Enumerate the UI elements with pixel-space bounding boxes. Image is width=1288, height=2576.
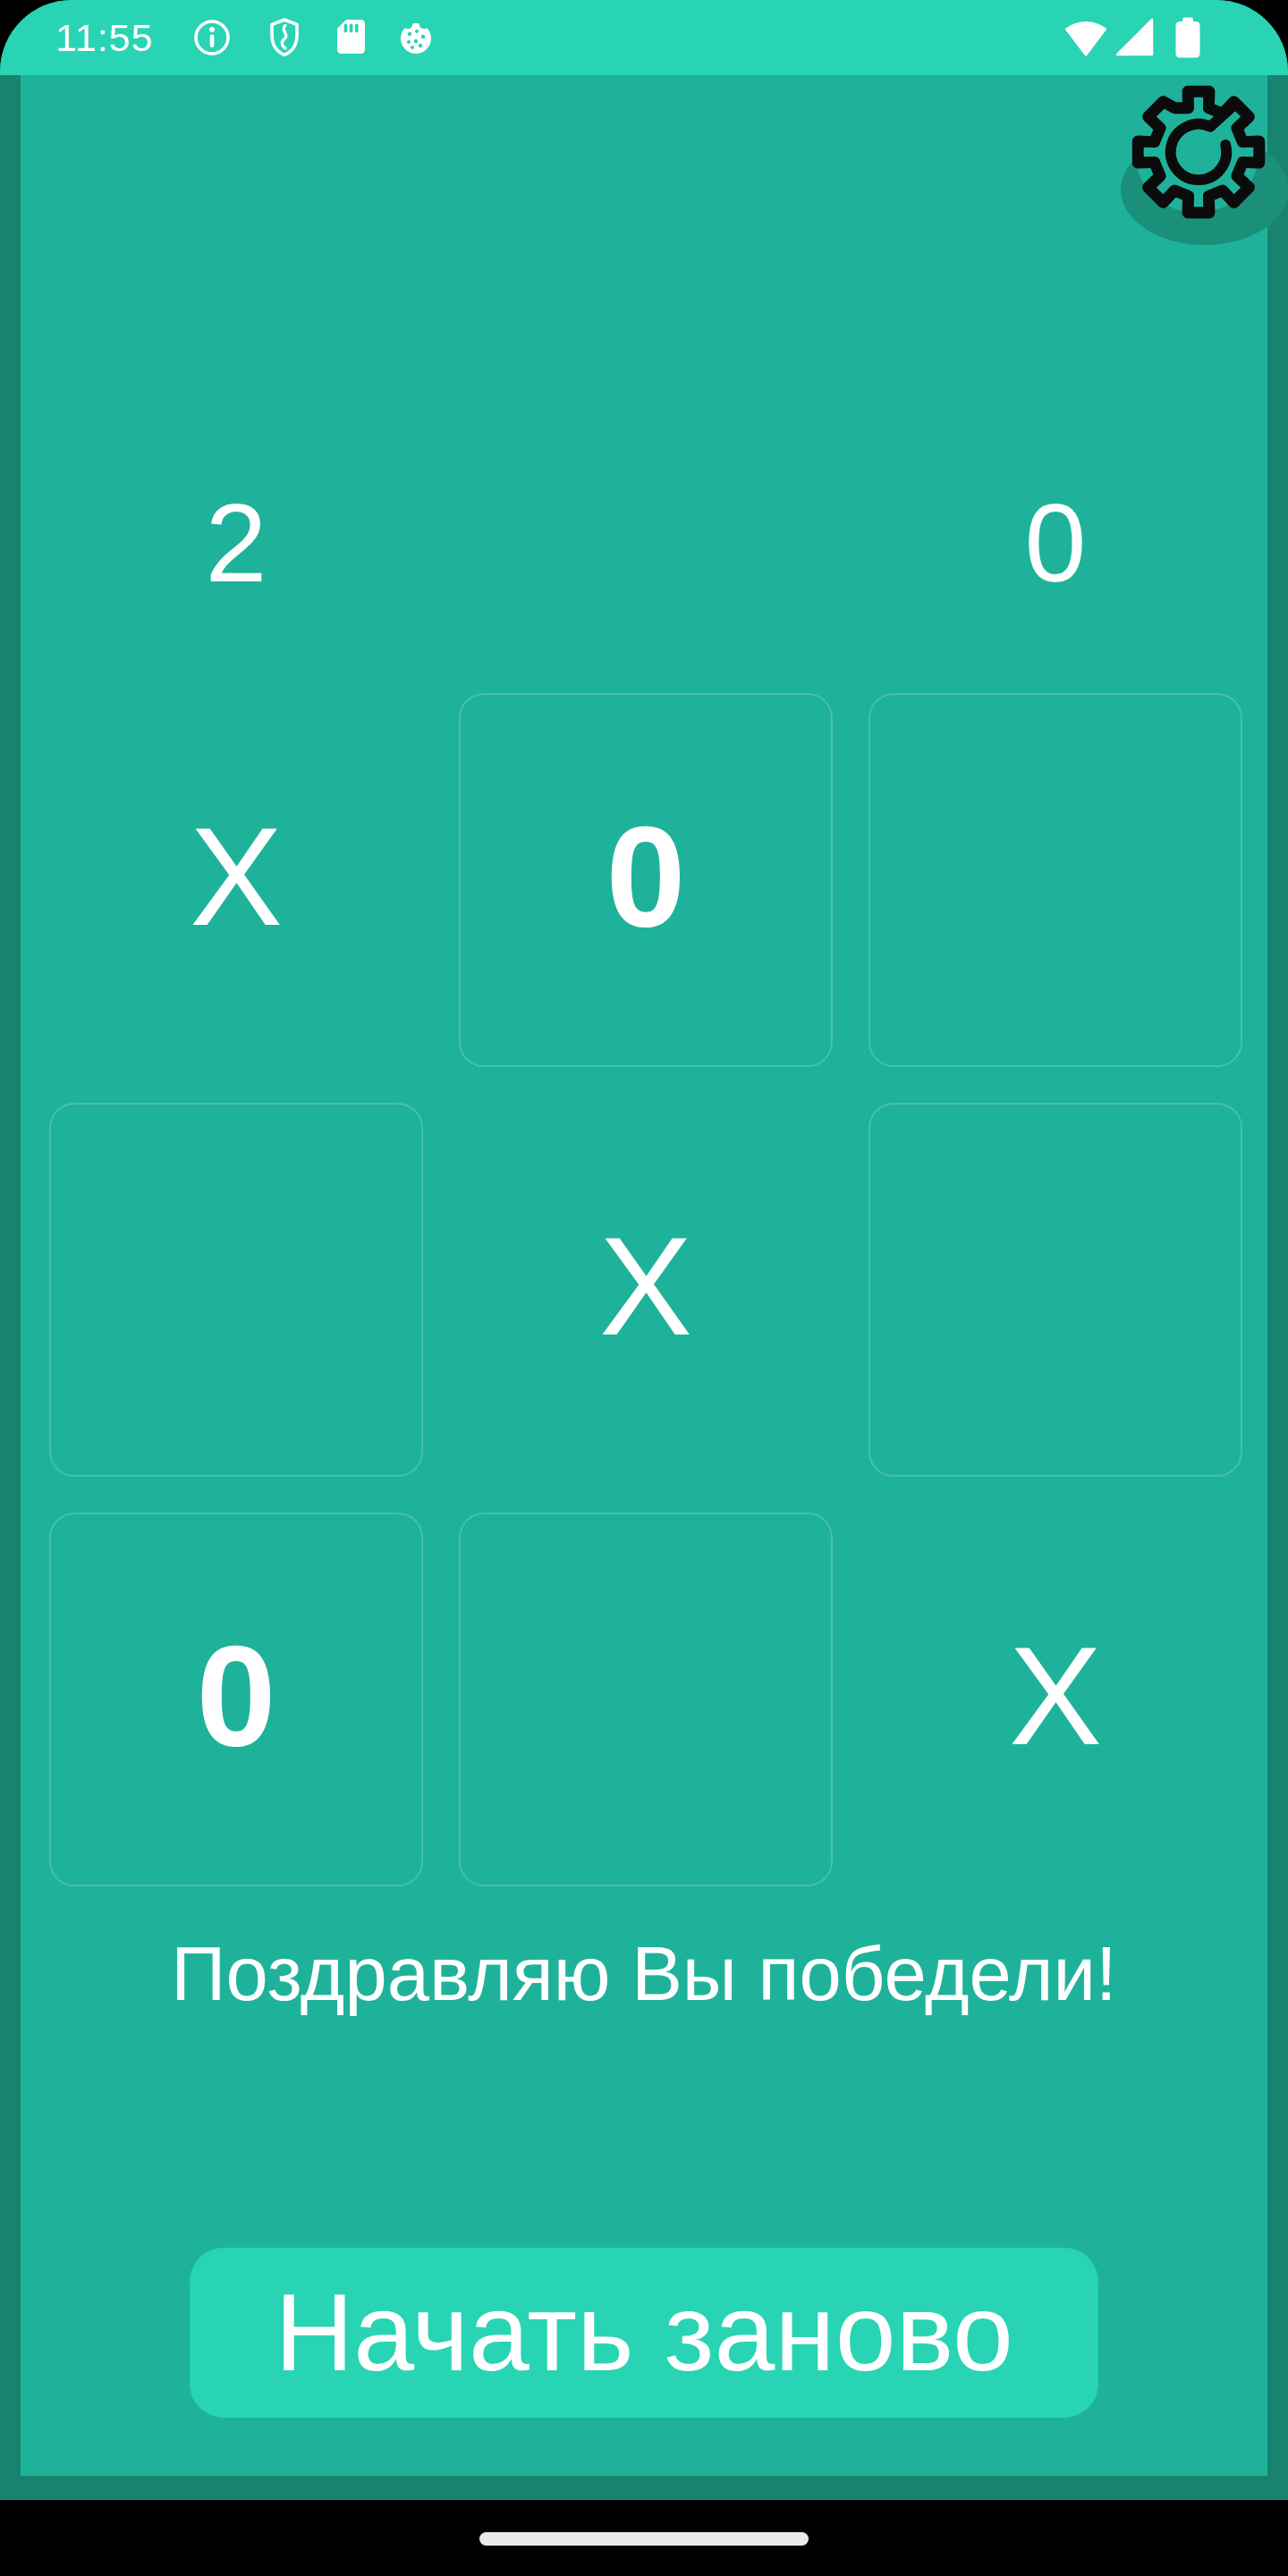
shield-icon xyxy=(269,18,300,57)
status-bar: 11:55 xyxy=(0,0,1288,75)
gear-icon[interactable] xyxy=(1123,76,1275,228)
cell-mark: 0 xyxy=(197,1624,276,1767)
win-message: Поздравляю Вы победели! xyxy=(21,1920,1267,2028)
cell-mark: X xyxy=(190,807,283,946)
virus-icon xyxy=(399,18,433,56)
phone-screen: 2 0 X 0 X 0 xyxy=(0,0,1288,2576)
score-player-x: 2 xyxy=(49,471,423,614)
cell-r2c3[interactable] xyxy=(869,1103,1242,1477)
cell-signal-icon xyxy=(1115,18,1154,56)
cell-mark: X xyxy=(1009,1626,1102,1766)
cell-r1c3[interactable] xyxy=(869,693,1242,1067)
cell-mark: X xyxy=(599,1216,692,1356)
cell-r1c2[interactable]: 0 xyxy=(459,693,833,1067)
cell-mark: 0 xyxy=(606,805,686,948)
home-pill[interactable] xyxy=(479,2532,809,2546)
cell-r3c1[interactable]: 0 xyxy=(49,1513,423,1886)
battery-icon xyxy=(1175,17,1200,58)
score-player-o: 0 xyxy=(869,471,1242,614)
clock-label: 11:55 xyxy=(55,0,153,75)
sim-card-icon xyxy=(336,19,366,55)
info-icon xyxy=(192,18,232,57)
nav-bar xyxy=(0,2500,1288,2576)
restart-button[interactable]: Начать заново xyxy=(190,2248,1098,2418)
cell-r3c2[interactable] xyxy=(459,1513,833,1886)
app-background: 2 0 X 0 X 0 xyxy=(21,75,1267,2476)
cell-r2c2[interactable]: X xyxy=(459,1103,833,1477)
tic-tac-toe-board: X 0 X 0 X xyxy=(49,693,1242,1886)
cell-r2c1[interactable] xyxy=(49,1103,423,1477)
wifi-icon xyxy=(1063,18,1109,56)
cell-r3c3[interactable]: X xyxy=(869,1513,1242,1886)
cell-r1c1[interactable]: X xyxy=(49,693,423,1067)
